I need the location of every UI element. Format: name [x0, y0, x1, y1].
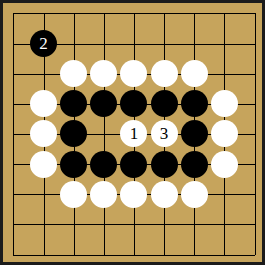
white-stone — [90, 60, 117, 87]
black-stone — [120, 151, 147, 178]
white-stone — [211, 90, 238, 117]
white-stone: 1 — [120, 120, 147, 147]
black-stone — [90, 151, 117, 178]
move-number-label: 2 — [39, 35, 48, 52]
white-stone — [60, 181, 87, 208]
black-stone — [60, 120, 87, 147]
white-stone — [151, 60, 178, 87]
white-stone — [120, 181, 147, 208]
white-stone — [30, 120, 57, 147]
white-stone — [211, 151, 238, 178]
white-stone — [90, 181, 117, 208]
black-stone — [181, 151, 208, 178]
white-stone — [181, 181, 208, 208]
black-stone — [151, 151, 178, 178]
white-stone — [30, 90, 57, 117]
black-stone — [60, 151, 87, 178]
white-stone — [30, 151, 57, 178]
black-stone — [181, 120, 208, 147]
go-board-diagram: 213 — [0, 0, 265, 265]
black-stone — [151, 90, 178, 117]
white-stone — [60, 60, 87, 87]
black-stone — [90, 90, 117, 117]
white-stone — [181, 60, 208, 87]
white-stone: 3 — [151, 120, 178, 147]
black-stone — [120, 90, 147, 117]
white-stone — [211, 120, 238, 147]
white-stone — [151, 181, 178, 208]
white-stone — [120, 60, 147, 87]
black-stone: 2 — [30, 30, 57, 57]
stones-layer: 213 — [0, 0, 265, 265]
move-number-label: 1 — [130, 125, 139, 142]
black-stone — [60, 90, 87, 117]
black-stone — [181, 90, 208, 117]
move-number-label: 3 — [160, 125, 169, 142]
